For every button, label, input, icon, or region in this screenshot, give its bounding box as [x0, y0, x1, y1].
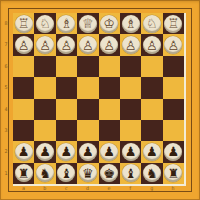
white-knight-icon[interactable]: ♘	[143, 15, 161, 33]
square-f5[interactable]	[120, 77, 141, 98]
square-e1[interactable]: ♚	[99, 163, 120, 184]
file-label-b: b	[34, 185, 55, 191]
square-d4[interactable]	[77, 99, 98, 120]
rank-label-1: 1	[1, 163, 11, 184]
square-g5[interactable]	[141, 77, 162, 98]
white-pawn-icon[interactable]: ♙	[164, 36, 182, 54]
square-b4[interactable]	[34, 99, 55, 120]
square-g8[interactable]: ♘	[141, 13, 162, 34]
square-d1[interactable]: ♛	[77, 163, 98, 184]
black-rook-icon[interactable]: ♜	[15, 164, 33, 182]
square-c8[interactable]: ♗	[56, 13, 77, 34]
black-bishop-icon[interactable]: ♝	[57, 164, 75, 182]
square-h3[interactable]	[163, 120, 184, 141]
white-pawn-icon[interactable]: ♙	[57, 36, 75, 54]
file-label-h: h	[163, 185, 184, 191]
square-a8[interactable]: ♖	[13, 13, 34, 34]
square-f1[interactable]: ♝	[120, 163, 141, 184]
white-pawn-icon[interactable]: ♙	[143, 36, 161, 54]
file-label-f: f	[120, 185, 141, 191]
white-knight-icon[interactable]: ♘	[36, 15, 54, 33]
black-rook-icon[interactable]: ♜	[164, 164, 182, 182]
square-d5[interactable]	[77, 77, 98, 98]
white-pawn-icon[interactable]: ♙	[36, 36, 54, 54]
square-a3[interactable]	[13, 120, 34, 141]
square-a4[interactable]	[13, 99, 34, 120]
square-d2[interactable]: ♟	[77, 141, 98, 162]
square-c1[interactable]: ♝	[56, 163, 77, 184]
square-b8[interactable]: ♘	[34, 13, 55, 34]
square-a6[interactable]	[13, 56, 34, 77]
black-pawn-icon[interactable]: ♟	[122, 143, 140, 161]
square-g2[interactable]: ♟	[141, 141, 162, 162]
white-rook-icon[interactable]: ♖	[15, 15, 33, 33]
square-c4[interactable]	[56, 99, 77, 120]
rank-label-5: 5	[1, 77, 11, 98]
file-label-a: a	[13, 185, 34, 191]
square-b6[interactable]	[34, 56, 55, 77]
black-pawn-icon[interactable]: ♟	[164, 143, 182, 161]
square-e7[interactable]: ♙	[99, 34, 120, 55]
square-h2[interactable]: ♟	[163, 141, 184, 162]
square-g7[interactable]: ♙	[141, 34, 162, 55]
square-a7[interactable]: ♙	[13, 34, 34, 55]
square-g4[interactable]	[141, 99, 162, 120]
square-e8[interactable]: ♔	[99, 13, 120, 34]
white-bishop-icon[interactable]: ♗	[122, 15, 140, 33]
file-label-g: g	[141, 185, 162, 191]
square-e6[interactable]	[99, 56, 120, 77]
white-pawn-icon[interactable]: ♙	[100, 36, 118, 54]
square-h8[interactable]: ♖	[163, 13, 184, 34]
square-b7[interactable]: ♙	[34, 34, 55, 55]
square-f4[interactable]	[120, 99, 141, 120]
rank-label-8: 8	[1, 13, 11, 34]
black-bishop-icon[interactable]: ♝	[122, 164, 140, 182]
black-queen-icon[interactable]: ♛	[79, 164, 97, 182]
square-f7[interactable]: ♙	[120, 34, 141, 55]
square-a1[interactable]: ♜	[13, 163, 34, 184]
square-g3[interactable]	[141, 120, 162, 141]
square-c3[interactable]	[56, 120, 77, 141]
rank-label-3: 3	[1, 120, 11, 141]
square-h7[interactable]: ♙	[163, 34, 184, 55]
square-b2[interactable]: ♟	[34, 141, 55, 162]
square-c6[interactable]	[56, 56, 77, 77]
rank-label-6: 6	[1, 56, 11, 77]
square-a2[interactable]: ♟	[13, 141, 34, 162]
square-e2[interactable]: ♟	[99, 141, 120, 162]
white-king-icon[interactable]: ♔	[100, 15, 118, 33]
square-f3[interactable]	[120, 120, 141, 141]
black-pawn-icon[interactable]: ♟	[143, 143, 161, 161]
square-c7[interactable]: ♙	[56, 34, 77, 55]
black-knight-icon[interactable]: ♞	[143, 164, 161, 182]
square-a5[interactable]	[13, 77, 34, 98]
square-h1[interactable]: ♜	[163, 163, 184, 184]
rank-label-4: 4	[1, 99, 11, 120]
square-f6[interactable]	[120, 56, 141, 77]
black-pawn-icon[interactable]: ♟	[36, 143, 54, 161]
square-h5[interactable]	[163, 77, 184, 98]
square-c2[interactable]: ♟	[56, 141, 77, 162]
black-pawn-icon[interactable]: ♟	[79, 143, 97, 161]
black-king-icon[interactable]: ♚	[100, 164, 118, 182]
square-d3[interactable]	[77, 120, 98, 141]
square-g6[interactable]	[141, 56, 162, 77]
square-e4[interactable]	[99, 99, 120, 120]
square-b1[interactable]: ♞	[34, 163, 55, 184]
white-rook-icon[interactable]: ♖	[164, 15, 182, 33]
square-e3[interactable]	[99, 120, 120, 141]
rank-label-7: 7	[1, 34, 11, 55]
white-queen-icon[interactable]: ♕	[79, 15, 97, 33]
white-bishop-icon[interactable]: ♗	[57, 15, 75, 33]
black-pawn-icon[interactable]: ♟	[15, 143, 33, 161]
square-f8[interactable]: ♗	[120, 13, 141, 34]
square-d8[interactable]: ♕	[77, 13, 98, 34]
square-b5[interactable]	[34, 77, 55, 98]
black-knight-icon[interactable]: ♞	[36, 164, 54, 182]
chess-board-frame: ♖♘♗♕♔♗♘♖♙♙♙♙♙♙♙♙♟♟♟♟♟♟♟♟♜♞♝♛♚♝♞♜ abcdefg…	[0, 0, 200, 200]
square-f2[interactable]: ♟	[120, 141, 141, 162]
square-e5[interactable]	[99, 77, 120, 98]
square-d7[interactable]: ♙	[77, 34, 98, 55]
square-b3[interactable]	[34, 120, 55, 141]
square-g1[interactable]: ♞	[141, 163, 162, 184]
file-label-e: e	[99, 185, 120, 191]
white-pawn-icon[interactable]: ♙	[122, 36, 140, 54]
white-pawn-icon[interactable]: ♙	[79, 36, 97, 54]
square-h6[interactable]	[163, 56, 184, 77]
white-pawn-icon[interactable]: ♙	[15, 36, 33, 54]
black-pawn-icon[interactable]: ♟	[57, 143, 75, 161]
chess-board: ♖♘♗♕♔♗♘♖♙♙♙♙♙♙♙♙♟♟♟♟♟♟♟♟♜♞♝♛♚♝♞♜	[13, 13, 186, 186]
file-label-d: d	[77, 185, 98, 191]
rank-label-2: 2	[1, 141, 11, 162]
file-label-c: c	[56, 185, 77, 191]
square-h4[interactable]	[163, 99, 184, 120]
black-pawn-icon[interactable]: ♟	[100, 143, 118, 161]
square-d6[interactable]	[77, 56, 98, 77]
square-c5[interactable]	[56, 77, 77, 98]
